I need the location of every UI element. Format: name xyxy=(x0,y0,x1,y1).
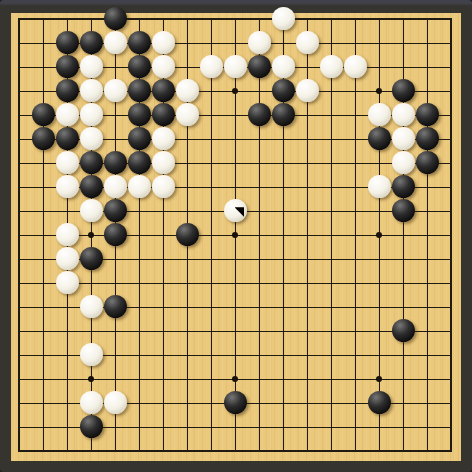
stone-black xyxy=(80,175,103,198)
stone-white xyxy=(296,79,319,102)
stone-white xyxy=(56,103,79,126)
stone-white xyxy=(176,103,199,126)
stone-black xyxy=(80,31,103,54)
star-point xyxy=(376,88,382,94)
stone-white xyxy=(392,103,415,126)
stone-black xyxy=(56,79,79,102)
stone-black xyxy=(80,151,103,174)
stone-black xyxy=(128,127,151,150)
grid-line-horizontal xyxy=(18,283,452,284)
stone-white xyxy=(272,55,295,78)
stone-white xyxy=(104,391,127,414)
stone-black xyxy=(32,127,55,150)
stone-white xyxy=(272,7,295,30)
stone-white xyxy=(152,31,175,54)
last-move-triangle-marker xyxy=(235,207,245,217)
stone-white xyxy=(56,271,79,294)
go-app-window xyxy=(0,0,472,472)
stone-white xyxy=(104,175,127,198)
star-point xyxy=(232,88,238,94)
star-point xyxy=(232,232,238,238)
stone-black xyxy=(56,55,79,78)
grid-line-horizontal xyxy=(18,331,452,332)
stone-white xyxy=(56,151,79,174)
grid-line-horizontal xyxy=(18,450,452,452)
grid-line-vertical xyxy=(331,18,332,452)
star-point xyxy=(376,232,382,238)
stone-black xyxy=(128,103,151,126)
stone-white xyxy=(104,79,127,102)
stone-black xyxy=(176,223,199,246)
star-point xyxy=(88,376,94,382)
stone-black xyxy=(224,391,247,414)
stone-black xyxy=(80,247,103,270)
stone-white xyxy=(80,55,103,78)
stone-black xyxy=(248,103,271,126)
stone-white xyxy=(344,55,367,78)
stone-white xyxy=(320,55,343,78)
stone-white xyxy=(80,127,103,150)
stone-black xyxy=(104,223,127,246)
stone-white xyxy=(128,175,151,198)
stone-black xyxy=(392,79,415,102)
star-point xyxy=(232,376,238,382)
stone-white xyxy=(56,175,79,198)
goban[interactable] xyxy=(11,13,461,461)
stone-white xyxy=(104,31,127,54)
stone-black xyxy=(392,175,415,198)
stone-white xyxy=(176,79,199,102)
stone-white xyxy=(80,391,103,414)
stone-black xyxy=(368,391,391,414)
grid-line-vertical xyxy=(355,18,356,452)
stone-black xyxy=(56,31,79,54)
stone-white xyxy=(80,295,103,318)
stone-white-last-move xyxy=(224,199,247,222)
stone-black xyxy=(152,103,175,126)
stone-black xyxy=(80,415,103,438)
stone-black xyxy=(128,55,151,78)
stone-black xyxy=(272,79,295,102)
stone-black xyxy=(104,295,127,318)
stone-black xyxy=(32,103,55,126)
stone-white xyxy=(152,55,175,78)
stone-black xyxy=(416,103,439,126)
stone-white xyxy=(368,175,391,198)
stone-white xyxy=(56,247,79,270)
grid-line-vertical xyxy=(427,18,428,452)
stone-black xyxy=(128,31,151,54)
star-point xyxy=(376,376,382,382)
stone-white xyxy=(392,127,415,150)
stone-white xyxy=(80,343,103,366)
stone-white xyxy=(152,175,175,198)
stone-black xyxy=(248,55,271,78)
stone-black xyxy=(56,127,79,150)
stone-white xyxy=(368,103,391,126)
stone-black xyxy=(104,7,127,30)
stone-white xyxy=(152,127,175,150)
stone-white xyxy=(152,151,175,174)
stone-white xyxy=(224,55,247,78)
stone-black xyxy=(272,103,295,126)
stone-black xyxy=(104,151,127,174)
stone-black xyxy=(128,79,151,102)
stone-white xyxy=(56,223,79,246)
stone-white xyxy=(200,55,223,78)
grid-line-vertical xyxy=(259,18,260,452)
stone-black xyxy=(416,151,439,174)
stone-black xyxy=(368,127,391,150)
stone-black xyxy=(392,319,415,342)
stone-black xyxy=(128,151,151,174)
stone-white xyxy=(296,31,319,54)
stone-black xyxy=(152,79,175,102)
star-point xyxy=(88,232,94,238)
stone-black xyxy=(392,199,415,222)
stone-white xyxy=(80,79,103,102)
stone-white xyxy=(80,103,103,126)
stone-black xyxy=(416,127,439,150)
grid-line-vertical xyxy=(450,18,452,452)
stone-white xyxy=(248,31,271,54)
stone-black xyxy=(104,199,127,222)
stone-white xyxy=(80,199,103,222)
stone-white xyxy=(392,151,415,174)
